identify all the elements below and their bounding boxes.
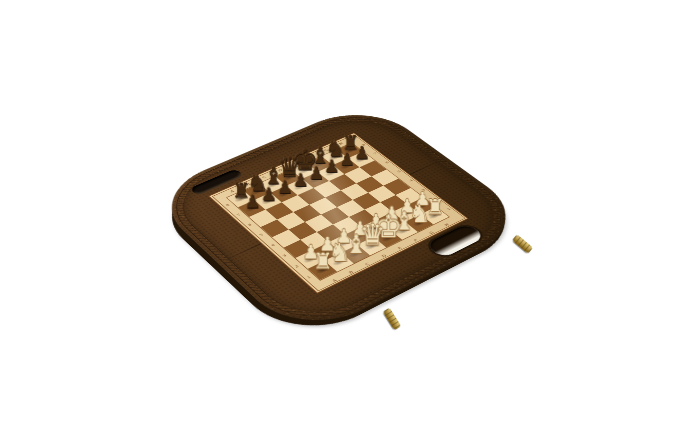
square-e5[interactable] [325,190,352,207]
square-f8[interactable]: ♝ [307,156,334,172]
square-g5[interactable] [356,176,383,192]
file-label-far: E [285,158,306,169]
piece-shadow [353,155,369,164]
square-d7[interactable]: ♟ [287,179,314,195]
piece-shadow [338,162,354,171]
piece-shadow [260,196,277,205]
square-c7[interactable]: ♟ [271,186,298,203]
piece-shadow [342,146,358,155]
piece-black-bishop[interactable]: ♝ [309,144,330,167]
square-f5[interactable] [341,183,368,200]
piece-shadow [296,166,312,175]
far-handle-slot [189,169,244,196]
piece-shadow [280,173,297,182]
file-label-far: A [221,185,242,197]
piece-black-rook[interactable]: ♜ [341,133,359,153]
square-h6[interactable] [360,161,387,177]
piece-shadow [312,159,328,168]
piece-shadow [327,153,343,162]
piece-black-pawn[interactable]: ♟ [354,144,369,161]
piece-black-pawn[interactable]: ♟ [244,193,260,211]
file-label-far: C [253,171,274,182]
piece-shadow [323,168,339,177]
piece-black-pawn[interactable]: ♟ [323,158,339,175]
piece-black-pawn[interactable]: ♟ [292,171,308,189]
square-f6[interactable] [329,174,356,190]
piece-black-king[interactable]: ♚ [291,145,317,174]
square-f4[interactable] [353,193,381,210]
rank-label-right: 6 [377,156,396,168]
piece-shadow [276,189,293,198]
square-e8[interactable]: ♚ [291,163,318,179]
piece-black-pawn[interactable]: ♟ [276,178,292,196]
file-label-far: H [330,138,350,149]
square-h5[interactable] [371,170,398,186]
piece-black-pawn[interactable]: ♟ [339,151,355,168]
piece-black-pawn[interactable]: ♟ [308,164,324,182]
square-g4[interactable] [368,186,395,203]
square-d6[interactable] [298,188,325,205]
square-g7[interactable]: ♟ [333,158,360,174]
chess-case-scene: ♜♞♝♛♚♝♞♜♟♟♟♟♟♟♟♟♟♟♟♟♟♟♟♟♜♞♝♛♚♝♞♜ AA88BB7… [172,52,504,364]
square-g8[interactable]: ♞ [322,150,348,166]
file-label-far: B [237,178,258,189]
square-h4[interactable] [383,179,410,195]
square-d8[interactable]: ♛ [275,170,302,186]
rank-label-right: 5 [389,165,408,177]
square-e6[interactable] [314,181,341,197]
file-label-far: G [315,145,335,156]
piece-shadow [292,182,309,191]
square-e7[interactable]: ♟ [302,172,329,188]
piece-black-pawn[interactable]: ♟ [260,185,276,203]
piece-black-bishop[interactable]: ♝ [262,164,283,187]
piece-black-knight[interactable]: ♞ [325,137,346,160]
file-label-far: D [269,165,290,176]
square-h7[interactable]: ♟ [348,152,375,168]
rank-label-right: 8 [354,139,372,151]
square-c8[interactable]: ♝ [260,177,287,193]
square-h8[interactable]: ♜ [337,143,363,158]
case-top-surface: ♜♞♝♛♚♝♞♜♟♟♟♟♟♟♟♟♟♟♟♟♟♟♟♟♜♞♝♛♚♝♞♜ AA88BB7… [146,101,536,342]
brass-latch-right-icon [512,234,533,254]
rank-label-right: 7 [366,147,385,159]
piece-shadow [307,175,324,184]
file-label-far: F [300,151,321,162]
square-g6[interactable] [345,167,372,183]
rank-label-right: 4 [401,174,420,187]
piece-white-rook[interactable]: ♜ [313,251,333,273]
piece-shadow [265,180,282,189]
piece-black-queen[interactable]: ♛ [277,154,301,181]
square-f7[interactable]: ♟ [318,165,345,181]
